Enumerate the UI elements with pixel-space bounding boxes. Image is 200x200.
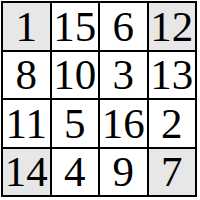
cell-r2c1: 8 [3,52,50,99]
cell-r2c4: 13 [149,52,196,99]
cell-r3c4: 2 [149,100,196,147]
cell-r3c2: 5 [52,100,99,147]
cell-r4c3: 9 [100,149,147,196]
cell-r1c4: 12 [149,3,196,50]
cell-r4c2: 4 [52,149,99,196]
cell-r1c2: 15 [52,3,99,50]
cell-r2c3: 3 [100,52,147,99]
cell-r4c4: 7 [149,149,196,196]
cell-r1c3: 6 [100,3,147,50]
cell-r3c3: 16 [100,100,147,147]
cell-r1c1: 1 [3,3,50,50]
magic-square-board: 11561281031311516214497 [1,1,197,197]
cell-r4c1: 14 [3,149,50,196]
cell-r2c2: 10 [52,52,99,99]
cell-r3c1: 11 [3,100,50,147]
